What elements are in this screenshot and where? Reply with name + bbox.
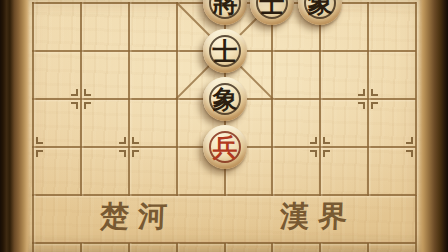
xiangqi-board[interactable]: 楚河 漢界 將士象士象兵 xyxy=(0,0,448,252)
point-marker xyxy=(310,137,317,144)
point-marker xyxy=(406,137,413,144)
point-marker xyxy=(84,102,91,109)
grid-line-file xyxy=(80,2,82,196)
piece-black-advisor-1[interactable]: 士 xyxy=(250,0,294,25)
piece-character: 兵 xyxy=(213,135,238,160)
point-marker xyxy=(371,89,378,96)
point-marker xyxy=(358,89,365,96)
point-marker xyxy=(71,89,78,96)
piece-character: 象 xyxy=(308,0,333,16)
grid-line-file-lower xyxy=(271,243,273,252)
piece-black-elephant-2[interactable]: 象 xyxy=(203,77,247,121)
grid-line-file xyxy=(128,2,130,196)
grid-line-file-lower xyxy=(80,243,82,252)
point-marker xyxy=(132,137,139,144)
point-marker xyxy=(358,102,365,109)
grid-line-file-river xyxy=(415,195,417,243)
grid-line-file-lower xyxy=(176,243,178,252)
point-marker xyxy=(132,150,139,157)
grid-line-file-lower xyxy=(415,243,417,252)
xiangqi-game-screenshot: 楚河 漢界 將士象士象兵 xyxy=(0,0,448,252)
point-marker xyxy=(119,150,126,157)
point-marker xyxy=(310,150,317,157)
grid-line-file-river xyxy=(32,195,34,243)
grid-line-file-lower xyxy=(32,243,34,252)
point-marker xyxy=(119,137,126,144)
point-marker xyxy=(84,89,91,96)
point-marker xyxy=(36,150,43,157)
piece-black-advisor-2[interactable]: 士 xyxy=(203,29,247,73)
piece-character: 將 xyxy=(213,0,238,16)
piece-black-elephant-1[interactable]: 象 xyxy=(298,0,342,25)
piece-black-general[interactable]: 將 xyxy=(203,0,247,25)
river-label-han-jie: 漢界 xyxy=(279,197,356,237)
piece-character: 士 xyxy=(213,39,238,64)
piece-red-soldier[interactable]: 兵 xyxy=(203,125,247,169)
grid-line-file xyxy=(367,2,369,196)
point-marker xyxy=(371,102,378,109)
point-marker xyxy=(323,150,330,157)
grid-line-file xyxy=(319,2,321,196)
point-marker xyxy=(36,137,43,144)
grid-line-file xyxy=(415,2,417,196)
piece-character: 象 xyxy=(213,87,238,112)
point-marker xyxy=(323,137,330,144)
point-marker xyxy=(406,150,413,157)
grid-line-file-lower xyxy=(367,243,369,252)
point-marker xyxy=(71,102,78,109)
grid-line-file-lower xyxy=(224,243,226,252)
river-label-chu-he: 楚河 xyxy=(99,197,176,237)
grid-line-file xyxy=(32,2,34,196)
grid-line-file-lower xyxy=(128,243,130,252)
piece-character: 士 xyxy=(260,0,285,16)
grid-line-file-lower xyxy=(319,243,321,252)
